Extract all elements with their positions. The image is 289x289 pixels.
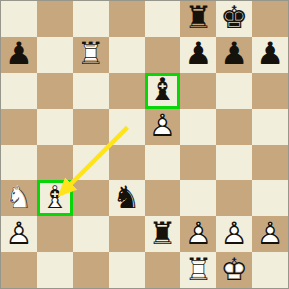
square-f7[interactable]: ♟ [180, 37, 216, 73]
square-g4[interactable] [216, 145, 252, 181]
square-c6[interactable] [73, 73, 109, 109]
square-c3[interactable] [73, 180, 109, 216]
square-h7[interactable]: ♟ [252, 37, 288, 73]
white-knight[interactable]: ♞♘ [5, 182, 33, 213]
square-b8[interactable] [37, 1, 73, 37]
square-e3[interactable] [145, 180, 181, 216]
black-pawn[interactable]: ♟ [5, 38, 33, 69]
square-b6[interactable] [37, 73, 73, 109]
black-pawn[interactable]: ♟ [220, 38, 248, 69]
white-rook[interactable]: ♜♖ [184, 254, 212, 285]
square-b7[interactable] [37, 37, 73, 73]
square-e5[interactable]: ♟♙ [145, 109, 181, 145]
square-f1[interactable]: ♜♖ [180, 252, 216, 288]
square-f2[interactable]: ♟♙ [180, 216, 216, 252]
square-g8[interactable]: ♚ [216, 1, 252, 37]
black-knight[interactable]: ♞ [113, 182, 141, 213]
square-g5[interactable] [216, 109, 252, 145]
square-f3[interactable] [180, 180, 216, 216]
square-c4[interactable] [73, 145, 109, 181]
square-e8[interactable] [145, 1, 181, 37]
square-g2[interactable]: ♟♙ [216, 216, 252, 252]
square-d5[interactable] [109, 109, 145, 145]
square-h3[interactable] [252, 180, 288, 216]
square-a5[interactable] [1, 109, 37, 145]
black-king[interactable]: ♚ [220, 2, 248, 33]
square-b5[interactable] [37, 109, 73, 145]
black-pawn[interactable]: ♟ [256, 38, 284, 69]
chess-board: ♜♚♟♜♖♟♟♟♝♟♙♞♘♝♗♞♟♙♜♟♙♟♙♟♙♜♖♚♔ [1, 1, 288, 288]
square-c1[interactable] [73, 252, 109, 288]
square-a8[interactable] [1, 1, 37, 37]
square-h6[interactable] [252, 73, 288, 109]
white-pawn[interactable]: ♟♙ [220, 218, 248, 249]
square-d2[interactable] [109, 216, 145, 252]
square-f6[interactable] [180, 73, 216, 109]
black-bishop[interactable]: ♝ [149, 74, 177, 105]
square-e2[interactable]: ♜ [145, 216, 181, 252]
square-c8[interactable] [73, 1, 109, 37]
white-rook[interactable]: ♜♖ [77, 38, 105, 69]
square-h4[interactable] [252, 145, 288, 181]
square-a3[interactable]: ♞♘ [1, 180, 37, 216]
square-d1[interactable] [109, 252, 145, 288]
square-b2[interactable] [37, 216, 73, 252]
square-f4[interactable] [180, 145, 216, 181]
square-c2[interactable] [73, 216, 109, 252]
square-b4[interactable] [37, 145, 73, 181]
square-d3[interactable]: ♞ [109, 180, 145, 216]
square-e1[interactable] [145, 252, 181, 288]
square-g6[interactable] [216, 73, 252, 109]
square-e6[interactable]: ♝ [145, 73, 181, 109]
square-c7[interactable]: ♜♖ [73, 37, 109, 73]
square-f5[interactable] [180, 109, 216, 145]
square-d7[interactable] [109, 37, 145, 73]
square-h5[interactable] [252, 109, 288, 145]
square-a4[interactable] [1, 145, 37, 181]
square-d8[interactable] [109, 1, 145, 37]
black-rook[interactable]: ♜ [149, 218, 177, 249]
white-pawn[interactable]: ♟♙ [184, 218, 212, 249]
white-king[interactable]: ♚♔ [220, 254, 248, 285]
square-f8[interactable]: ♜ [180, 1, 216, 37]
square-e4[interactable] [145, 145, 181, 181]
square-d6[interactable] [109, 73, 145, 109]
square-a1[interactable] [1, 252, 37, 288]
square-b1[interactable] [37, 252, 73, 288]
chess-board-window: ♜♚♟♜♖♟♟♟♝♟♙♞♘♝♗♞♟♙♜♟♙♟♙♟♙♜♖♚♔ [0, 0, 289, 289]
square-g1[interactable]: ♚♔ [216, 252, 252, 288]
white-bishop[interactable]: ♝♗ [41, 182, 69, 213]
square-a2[interactable]: ♟♙ [1, 216, 37, 252]
white-pawn[interactable]: ♟♙ [256, 218, 284, 249]
square-h2[interactable]: ♟♙ [252, 216, 288, 252]
square-g7[interactable]: ♟ [216, 37, 252, 73]
square-a7[interactable]: ♟ [1, 37, 37, 73]
square-c5[interactable] [73, 109, 109, 145]
white-pawn[interactable]: ♟♙ [5, 218, 33, 249]
square-d4[interactable] [109, 145, 145, 181]
square-g3[interactable] [216, 180, 252, 216]
black-rook[interactable]: ♜ [184, 2, 212, 33]
square-h8[interactable] [252, 1, 288, 37]
white-pawn[interactable]: ♟♙ [149, 110, 177, 141]
black-pawn[interactable]: ♟ [184, 38, 212, 69]
square-e7[interactable] [145, 37, 181, 73]
square-a6[interactable] [1, 73, 37, 109]
square-h1[interactable] [252, 252, 288, 288]
square-b3[interactable]: ♝♗ [37, 180, 73, 216]
